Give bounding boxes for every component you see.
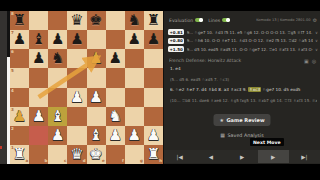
toggle-lines[interactable] <box>222 18 230 23</box>
move-list[interactable]: 1. e4(5... d5 6. exd5 ♘xd5 7. ♘c3)6. ♘e2… <box>170 66 317 112</box>
file-label-h: h <box>159 159 162 163</box>
square-g8[interactable]: ♞ <box>125 11 144 30</box>
square-c4[interactable] <box>48 88 67 107</box>
square-e7[interactable] <box>87 30 106 49</box>
file-label-a: a <box>25 159 28 163</box>
piece-white-knight-f3: ♞ <box>106 107 125 126</box>
square-d5[interactable] <box>67 68 86 87</box>
game-review-label: Game Review <box>226 117 264 123</box>
move-line-3[interactable]: 6. ♘e2 ♗e7 7. d4 ♗b4 8. a3 ♗xc3 9. ♗xc3 … <box>170 87 317 93</box>
square-h2[interactable]: ♟ <box>144 126 163 145</box>
square-d7[interactable]: ♟ <box>67 30 86 49</box>
piece-black-pawn-h7: ♟ <box>144 30 163 49</box>
square-b1[interactable]: b <box>29 145 48 164</box>
square-h8[interactable]: ♜ <box>144 11 163 30</box>
eval-badge: +0.80 <box>168 38 184 44</box>
rank-label-8: 8 <box>11 12 14 16</box>
piece-white-pawn-f2: ♟ <box>106 126 125 145</box>
eval-badge: +1.50 <box>168 46 184 52</box>
square-e3[interactable] <box>87 107 106 126</box>
piece-black-knight-c6: ♞ <box>48 49 67 68</box>
move-text: ♘ge7 10. d5 exd5 <box>261 87 300 92</box>
square-f8[interactable] <box>106 11 125 30</box>
previous-move-button[interactable]: ◀ <box>195 150 226 163</box>
piece-black-pawn-d7: ♟ <box>67 30 86 49</box>
piece-white-pawn-e4: ♟ <box>87 88 106 107</box>
rank-label-7: 7 <box>11 31 14 35</box>
piece-black-pawn-g7: ♟ <box>125 30 144 49</box>
opening-row: French Defense: Horwitz Attack ▣ ◎ <box>169 56 316 65</box>
jump-to-start-button[interactable]: |◀ <box>164 150 195 163</box>
game-review-icon: ★ <box>219 117 223 123</box>
square-h7[interactable]: ♟ <box>144 30 163 49</box>
square-a7[interactable]: 7♟ <box>10 30 29 49</box>
piece-black-pawn-b6: ♟ <box>29 49 48 68</box>
play-button[interactable]: ▶ <box>226 150 257 163</box>
square-a2[interactable]: 2 <box>10 126 29 145</box>
square-f4[interactable] <box>106 88 125 107</box>
square-b6[interactable]: ♟ <box>29 49 48 68</box>
toggle-knob <box>226 18 229 21</box>
square-c8[interactable] <box>48 11 67 30</box>
piece-black-queen-d8: ♛ <box>67 11 86 30</box>
square-f3[interactable]: ♞ <box>106 107 125 126</box>
chess-board[interactable]: 8♜♛♚♞♜7♟♝♟♟♟♟6♟♞♟♟54♟♟3♟♟♝♞2♟♝♟♟♟1a♜bcd♛… <box>10 11 163 164</box>
move-line-1[interactable]: 1. e4 <box>170 66 317 72</box>
close-icon[interactable]: ◎ <box>312 58 316 64</box>
file-label-g: g <box>140 159 143 163</box>
square-f1[interactable]: f <box>106 145 125 164</box>
file-label-e: e <box>102 159 105 163</box>
square-g7[interactable]: ♟ <box>125 30 144 49</box>
square-d1[interactable]: d♛ <box>67 145 86 164</box>
engine-line-1[interactable]: +0.819... ♘ge7 10. ♗d3 f5 11. e5 ♘g6 12.… <box>168 28 318 37</box>
variation-line-4[interactable]: (10... ♖b8 11. dxe6 ♗xe6 12. ♗g5 fxg5 13… <box>170 98 317 104</box>
rank-label-4: 4 <box>11 89 14 93</box>
piece-white-bishop-e2: ♝ <box>87 126 106 145</box>
current-move[interactable]: ♗xc3 <box>248 87 261 92</box>
toggle-label-evaluation: Evaluation <box>169 18 193 23</box>
piece-white-pawn-g2: ♟ <box>125 126 144 145</box>
square-e8[interactable]: ♚ <box>87 11 106 30</box>
piece-white-pawn-b3: ♟ <box>29 107 48 126</box>
opening-name[interactable]: French Defense: Horwitz Attack <box>169 58 301 63</box>
engine-line-moves: 9... d5 10. exd5 ♕xd5 11. O-O ♘ge7 12. ♖… <box>187 47 313 52</box>
rank-label-6: 6 <box>11 50 14 54</box>
file-label-c: c <box>64 159 66 163</box>
rank-label-2: 2 <box>11 127 14 131</box>
square-c6[interactable]: ♞ <box>48 49 67 68</box>
square-b3[interactable]: ♟ <box>29 107 48 126</box>
piece-white-pawn-c2: ♟ <box>48 126 67 145</box>
next-move-tooltip: Next Move <box>250 138 284 146</box>
square-b8[interactable] <box>29 11 48 30</box>
square-f2[interactable]: ♟ <box>106 126 125 145</box>
piece-black-rook-h8: ♜ <box>144 11 163 30</box>
square-e2[interactable]: ♝ <box>87 126 106 145</box>
variation-line-2[interactable]: (5... d5 6. exd5 ♘xd5 7. ♘c3) <box>170 77 317 83</box>
square-d6[interactable] <box>67 49 86 68</box>
piece-black-bishop-b7: ♝ <box>29 30 48 49</box>
move-text: 6. ♘e2 ♗e7 7. d4 ♗b4 8. a3 ♗xc3 9. <box>170 87 248 92</box>
square-h6[interactable] <box>144 49 163 68</box>
square-g6[interactable] <box>125 49 144 68</box>
piece-black-king-e8: ♚ <box>87 11 106 30</box>
move-text: 1. e4 <box>170 66 181 71</box>
square-c1[interactable]: c <box>48 145 67 164</box>
square-f5[interactable] <box>106 68 125 87</box>
gear-icon[interactable]: ⚙ <box>313 17 317 23</box>
move-text: (10... ♖b8 11. dxe6 ♗xe6 12. ♗g5 fxg5 13… <box>170 98 317 103</box>
square-c7[interactable]: ♟ <box>48 30 67 49</box>
square-c5[interactable] <box>48 68 67 87</box>
eval-badge: +0.81 <box>168 29 184 35</box>
square-f7[interactable] <box>106 30 125 49</box>
piece-black-pawn-c7: ♟ <box>48 30 67 49</box>
square-e1[interactable]: e♚ <box>87 145 106 164</box>
square-b2[interactable] <box>29 126 48 145</box>
piece-white-bishop-c3: ♝ <box>48 107 67 126</box>
saved-analysis-icon: ▦ <box>220 132 225 138</box>
square-d3[interactable] <box>67 107 86 126</box>
file-label-f: f <box>122 159 124 163</box>
square-e6[interactable]: ♟ <box>87 49 106 68</box>
square-b4[interactable] <box>29 88 48 107</box>
toggle-label-lines: Lines <box>208 18 220 23</box>
square-g2[interactable]: ♟ <box>125 126 144 145</box>
square-a5[interactable]: 5 <box>10 68 29 87</box>
playback-controls: |◀◀▶▶▶| <box>164 150 320 163</box>
square-a3[interactable]: 3♟ <box>10 107 29 126</box>
analysis-panel: EvaluationLines Komodo 13 | Komodo 2801.… <box>164 11 320 164</box>
chevron-down-icon[interactable]: ∨ <box>315 38 318 43</box>
engine-header: EvaluationLines Komodo 13 | Komodo 2801.… <box>169 15 317 25</box>
square-a1[interactable]: 1a♜ <box>10 145 29 164</box>
piece-white-pawn-h2: ♟ <box>144 126 163 145</box>
square-b7[interactable]: ♝ <box>29 30 48 49</box>
square-c3[interactable]: ♝ <box>48 107 67 126</box>
toggle-evaluation[interactable] <box>195 18 203 23</box>
square-b5[interactable] <box>29 68 48 87</box>
engine-line-2[interactable]: +0.809... ♘h6 10. O-O ♗e7 11. ♗d3 O-O 12… <box>168 37 318 46</box>
app-content: 8♜♛♚♞♜7♟♝♟♟♟♟6♟♞♟♟54♟♟3♟♟♝♞2♟♝♟♟♟1a♜bcd♛… <box>0 11 320 164</box>
rank-label-1: 1 <box>11 146 14 150</box>
square-e5[interactable] <box>87 68 106 87</box>
next-move-button[interactable]: ▶ <box>258 150 289 163</box>
file-label-b: b <box>44 159 47 163</box>
square-d4[interactable]: ♟ <box>67 88 86 107</box>
square-h4[interactable] <box>144 88 163 107</box>
chevron-down-icon[interactable]: ∨ <box>315 47 318 52</box>
rank-label-5: 5 <box>11 69 14 73</box>
square-g3[interactable] <box>125 107 144 126</box>
engine-info-text: Komodo 13 | Komodo 2801.00 <box>256 18 310 22</box>
engine-line-moves: 9... ♘ge7 10. ♗d3 f5 11. e5 ♘g6 12. O-O … <box>187 30 313 35</box>
engine-line-moves: 9... ♘h6 10. O-O ♗e7 11. ♗d3 O-O 12. ♕e2… <box>187 38 313 43</box>
toggle-knob <box>199 18 202 21</box>
square-h1[interactable]: h♜ <box>144 145 163 164</box>
engine-lines: +0.819... ♘ge7 10. ♗d3 f5 11. e5 ♘g6 12.… <box>168 28 318 54</box>
piece-white-pawn-d4: ♟ <box>67 88 86 107</box>
rank-label-3: 3 <box>11 108 14 112</box>
square-a4[interactable]: 4 <box>10 88 29 107</box>
game-review-button[interactable]: ★ Game Review <box>213 114 270 126</box>
square-g5[interactable] <box>125 68 144 87</box>
piece-black-knight-g8: ♞ <box>125 11 144 30</box>
square-g4[interactable] <box>125 88 144 107</box>
square-c2[interactable]: ♟ <box>48 126 67 145</box>
square-e4[interactable]: ♟ <box>87 88 106 107</box>
piece-black-pawn-e6: ♟ <box>87 49 106 68</box>
chevron-down-icon[interactable]: ∨ <box>315 30 318 35</box>
square-g1[interactable]: g <box>125 145 144 164</box>
square-d8[interactable]: ♛ <box>67 11 86 30</box>
jump-to-end-button[interactable]: ▶| <box>289 150 320 163</box>
square-d2[interactable] <box>67 126 86 145</box>
square-a8[interactable]: 8♜ <box>10 11 29 30</box>
square-f6[interactable]: ♟ <box>106 49 125 68</box>
saved-analysis-label: Saved Analysis <box>228 133 264 138</box>
move-text: (5... d5 6. exd5 ♘xd5 7. ♘c3) <box>170 77 229 82</box>
square-a6[interactable]: 6 <box>10 49 29 68</box>
red-dot <box>0 146 2 149</box>
engine-line-3[interactable]: +1.509... d5 10. exd5 ♕xd5 11. O-O ♘ge7 … <box>168 45 318 54</box>
video-frame: 8♜♛♚♞♜7♟♝♟♟♟♟6♟♞♟♟54♟♟3♟♟♝♞2♟♝♟♟♟1a♜bcd♛… <box>0 0 320 180</box>
square-h3[interactable] <box>144 107 163 126</box>
file-label-d: d <box>83 159 86 163</box>
square-h5[interactable] <box>144 68 163 87</box>
piece-black-pawn-f6: ♟ <box>106 49 125 68</box>
book-icon[interactable]: ▣ <box>304 58 309 64</box>
